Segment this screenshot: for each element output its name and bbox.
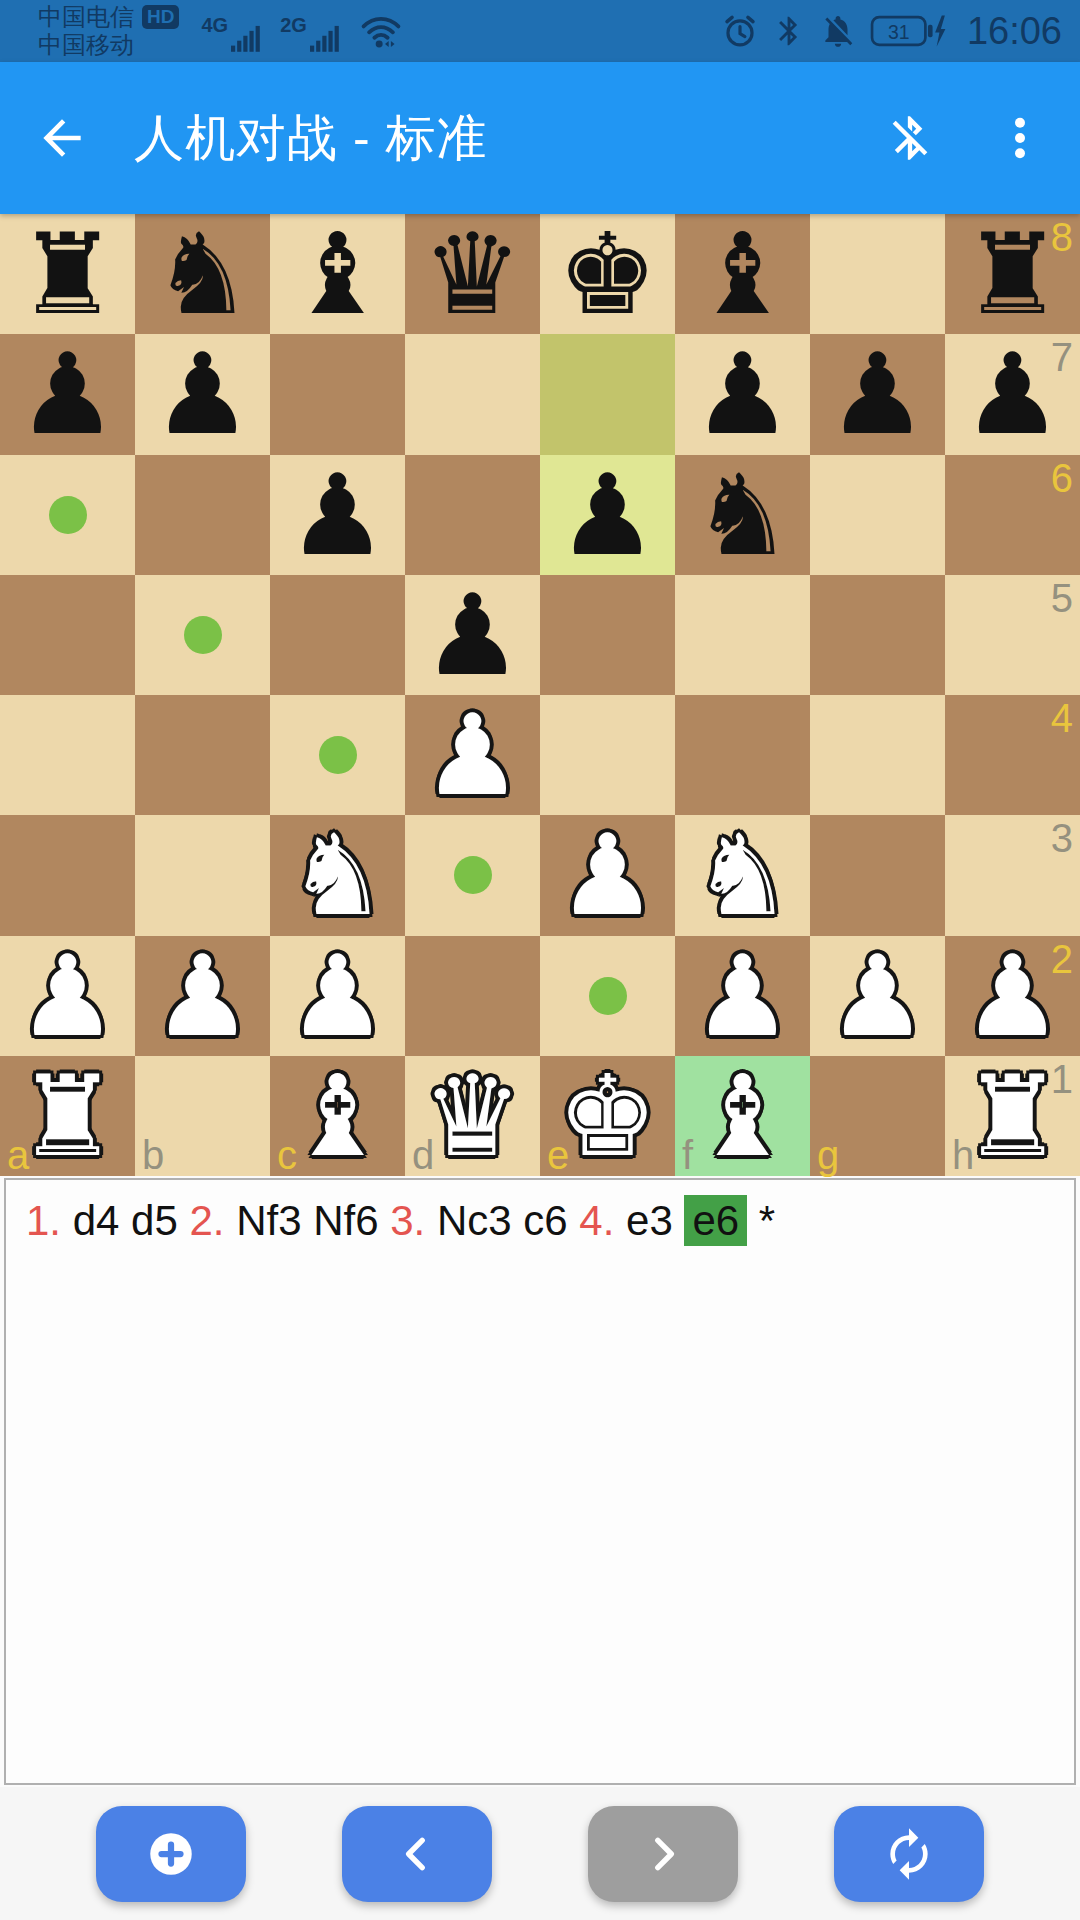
square-d7[interactable]	[405, 334, 540, 454]
white-knight-c3[interactable]: ♞	[270, 815, 405, 935]
square-g8[interactable]	[810, 214, 945, 334]
move-black-c6[interactable]: c6	[523, 1197, 567, 1244]
square-e5[interactable]	[540, 575, 675, 695]
move-white-e3[interactable]: e3	[626, 1197, 673, 1244]
square-f3[interactable]: ♞	[675, 815, 810, 935]
move-black-Nf6[interactable]: Nf6	[313, 1197, 378, 1244]
black-pawn-b7[interactable]: ♟	[135, 334, 270, 454]
black-pawn-c6[interactable]: ♟	[270, 455, 405, 575]
square-c6[interactable]: ♟	[270, 455, 405, 575]
square-h8[interactable]: ♜8	[945, 214, 1080, 334]
square-g1[interactable]: g	[810, 1056, 945, 1176]
file-label-d: d	[412, 1135, 434, 1175]
square-e6[interactable]: ♟	[540, 455, 675, 575]
black-bishop-f8[interactable]: ♝	[675, 214, 810, 334]
move-white-Nf3[interactable]: Nf3	[236, 1197, 301, 1244]
square-h4[interactable]: 4	[945, 695, 1080, 815]
rank-label-3: 3	[1051, 818, 1073, 858]
signal-indicators: 4G 2G	[201, 9, 402, 53]
status-right-icons: 31 16:06	[721, 10, 1062, 53]
square-d1[interactable]: ♛d	[405, 1056, 540, 1176]
square-h7[interactable]: ♟7	[945, 334, 1080, 454]
signal-bars-icon	[230, 21, 264, 53]
bottom-toolbar	[0, 1787, 1080, 1920]
square-c8[interactable]: ♝	[270, 214, 405, 334]
black-pawn-f7[interactable]: ♟	[675, 334, 810, 454]
bluetooth-disabled-icon[interactable]	[884, 112, 936, 164]
square-e8[interactable]: ♚	[540, 214, 675, 334]
white-pawn-c2[interactable]: ♟	[270, 936, 405, 1056]
white-pawn-d4[interactable]: ♟	[405, 695, 540, 815]
previous-move-button[interactable]	[342, 1806, 492, 1902]
app-bar: 人机对战 - 标准	[0, 62, 1080, 214]
white-bishop-f1[interactable]: ♝	[675, 1056, 810, 1176]
square-b8[interactable]: ♞	[135, 214, 270, 334]
square-f5[interactable]	[675, 575, 810, 695]
move-white-Nc3[interactable]: Nc3	[437, 1197, 512, 1244]
move-number-4: 4.	[579, 1197, 614, 1244]
square-h2[interactable]: ♟2	[945, 936, 1080, 1056]
wifi-icon	[359, 11, 403, 51]
black-pawn-d5[interactable]: ♟	[405, 575, 540, 695]
rank-label-7: 7	[1051, 337, 1073, 377]
square-e2[interactable]	[540, 936, 675, 1056]
move-black-d5[interactable]: d5	[131, 1197, 178, 1244]
square-b3[interactable]	[135, 815, 270, 935]
square-g6[interactable]	[810, 455, 945, 575]
square-c7[interactable]	[270, 334, 405, 454]
signal-2g: 2G	[280, 21, 343, 53]
file-label-c: c	[277, 1135, 297, 1175]
legal-move-dot-a6[interactable]	[49, 496, 87, 534]
square-a8[interactable]: ♜	[0, 214, 135, 334]
carrier-info: 中国电信 HD 中国移动	[38, 3, 179, 59]
square-f7[interactable]: ♟	[675, 334, 810, 454]
square-a2[interactable]: ♟	[0, 936, 135, 1056]
result-marker: *	[759, 1197, 775, 1244]
black-bishop-c8[interactable]: ♝	[270, 214, 405, 334]
move-number-2: 2.	[189, 1197, 224, 1244]
square-d4[interactable]: ♟	[405, 695, 540, 815]
black-pawn-g7[interactable]: ♟	[810, 334, 945, 454]
square-g7[interactable]: ♟	[810, 334, 945, 454]
white-pawn-f2[interactable]: ♟	[675, 936, 810, 1056]
signal-bars-icon	[309, 21, 343, 53]
black-pawn-e6[interactable]: ♟	[540, 455, 675, 575]
alarm-icon	[721, 12, 759, 50]
square-e7[interactable]	[540, 334, 675, 454]
file-label-h: h	[952, 1135, 974, 1175]
legal-move-dot-e2[interactable]	[589, 977, 627, 1015]
overflow-menu-icon[interactable]	[994, 112, 1046, 164]
square-d6[interactable]	[405, 455, 540, 575]
black-knight-f6[interactable]: ♞	[675, 455, 810, 575]
square-e3[interactable]: ♟	[540, 815, 675, 935]
square-a3[interactable]	[0, 815, 135, 935]
rank-label-5: 5	[1051, 578, 1073, 618]
square-g2[interactable]: ♟	[810, 936, 945, 1056]
rank-label-8: 8	[1051, 217, 1073, 257]
carrier-name-1: 中国电信	[38, 3, 134, 31]
new-game-button[interactable]	[96, 1806, 246, 1902]
move-list-region: 1. d4 d5 2. Nf3 Nf6 3. Nc3 c6 4. e3 e6 *	[0, 1176, 1080, 1787]
back-arrow-icon[interactable]	[34, 110, 90, 166]
square-d3[interactable]	[405, 815, 540, 935]
square-c1[interactable]: ♝c	[270, 1056, 405, 1176]
square-a7[interactable]: ♟	[0, 334, 135, 454]
black-knight-b8[interactable]: ♞	[135, 214, 270, 334]
square-a6[interactable]	[0, 455, 135, 575]
square-c3[interactable]: ♞	[270, 815, 405, 935]
battery-charging-icon: 31	[870, 13, 950, 49]
hd-badge: HD	[142, 5, 179, 29]
square-f8[interactable]: ♝	[675, 214, 810, 334]
square-f2[interactable]: ♟	[675, 936, 810, 1056]
white-pawn-e3[interactable]: ♟	[540, 815, 675, 935]
square-c2[interactable]: ♟	[270, 936, 405, 1056]
square-d5[interactable]: ♟	[405, 575, 540, 695]
square-b6[interactable]	[135, 455, 270, 575]
legal-move-dot-c4[interactable]	[319, 736, 357, 774]
battery-level: 31	[888, 21, 910, 43]
move-number-3: 3.	[390, 1197, 425, 1244]
square-g4[interactable]	[810, 695, 945, 815]
move-white-d4[interactable]: d4	[73, 1197, 120, 1244]
black-rook-a8[interactable]: ♜	[0, 214, 135, 334]
square-b5[interactable]	[135, 575, 270, 695]
chess-board[interactable]: ♜♞♝♛♚♝♜8♟♟♟♟♟7♟♟♞6♟5♟4♞♟♞3♟♟♟♟♟♟2♜ab♝c♛d…	[0, 214, 1080, 1176]
square-e4[interactable]	[540, 695, 675, 815]
flip-board-button[interactable]	[834, 1806, 984, 1902]
black-queen-d8[interactable]: ♛	[405, 214, 540, 334]
square-c4[interactable]	[270, 695, 405, 815]
move-list-panel[interactable]: 1. d4 d5 2. Nf3 Nf6 3. Nc3 c6 4. e3 e6 *	[4, 1178, 1076, 1785]
clock-time: 16:06	[967, 10, 1062, 53]
white-pawn-a2[interactable]: ♟	[0, 936, 135, 1056]
page-title: 人机对战 - 标准	[134, 105, 487, 172]
file-label-e: e	[547, 1135, 569, 1175]
square-b4[interactable]	[135, 695, 270, 815]
status-bar: 中国电信 HD 中国移动 4G 2G	[0, 0, 1080, 62]
square-h1[interactable]: ♜h1	[945, 1056, 1080, 1176]
square-b1[interactable]: b	[135, 1056, 270, 1176]
legal-move-dot-b5[interactable]	[184, 616, 222, 654]
signal-4g: 4G	[201, 21, 264, 53]
square-b7[interactable]: ♟	[135, 334, 270, 454]
square-c5[interactable]	[270, 575, 405, 695]
move-black-e6[interactable]: e6	[684, 1195, 747, 1246]
rank-label-6: 6	[1051, 458, 1073, 498]
square-f1[interactable]: ♝f	[675, 1056, 810, 1176]
black-king-e8[interactable]: ♚	[540, 214, 675, 334]
square-e1[interactable]: ♚e	[540, 1056, 675, 1176]
file-label-g: g	[817, 1135, 839, 1175]
white-pawn-b2[interactable]: ♟	[135, 936, 270, 1056]
square-a4[interactable]	[0, 695, 135, 815]
bluetooth-icon	[772, 12, 806, 50]
file-label-f: f	[682, 1135, 693, 1175]
file-label-a: a	[7, 1135, 29, 1175]
rank-label-4: 4	[1051, 698, 1073, 738]
carrier-name-2: 中国移动	[38, 31, 179, 59]
square-b2[interactable]: ♟	[135, 936, 270, 1056]
square-h6[interactable]: 6	[945, 455, 1080, 575]
rank-label-2: 2	[1051, 939, 1073, 979]
square-g3[interactable]	[810, 815, 945, 935]
next-move-button[interactable]	[588, 1806, 738, 1902]
black-pawn-a7[interactable]: ♟	[0, 334, 135, 454]
square-g5[interactable]	[810, 575, 945, 695]
rank-label-1: 1	[1051, 1059, 1073, 1099]
square-d2[interactable]	[405, 936, 540, 1056]
notifications-off-icon	[819, 12, 857, 50]
square-a5[interactable]	[0, 575, 135, 695]
square-h3[interactable]: 3	[945, 815, 1080, 935]
square-f4[interactable]	[675, 695, 810, 815]
legal-move-dot-d3[interactable]	[454, 856, 492, 894]
square-a1[interactable]: ♜a	[0, 1056, 135, 1176]
square-h5[interactable]: 5	[945, 575, 1080, 695]
file-label-b: b	[142, 1135, 164, 1175]
move-number-1: 1.	[26, 1197, 61, 1244]
white-pawn-g2[interactable]: ♟	[810, 936, 945, 1056]
white-knight-f3[interactable]: ♞	[675, 815, 810, 935]
square-d8[interactable]: ♛	[405, 214, 540, 334]
square-f6[interactable]: ♞	[675, 455, 810, 575]
